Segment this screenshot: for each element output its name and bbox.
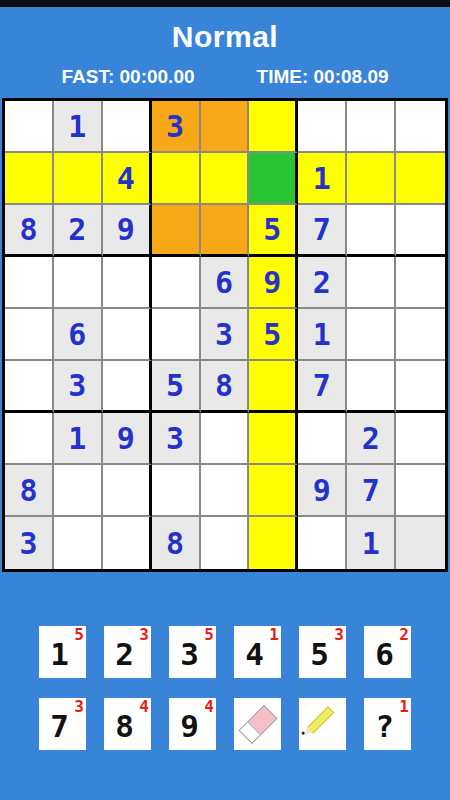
pad-digit: 7: [50, 711, 69, 742]
count-badge: 5: [204, 627, 214, 643]
cell-r3c2[interactable]: 2: [54, 205, 103, 257]
cell-r7c1[interactable]: [5, 413, 54, 465]
cell-r3c6[interactable]: 5: [249, 205, 298, 257]
number-pad: 152335415362738494?1: [0, 626, 450, 750]
cell-r7c4[interactable]: 3: [152, 413, 201, 465]
cell-r3c8[interactable]: [347, 205, 396, 257]
cell-r1c4[interactable]: 3: [152, 101, 201, 153]
cell-r8c5[interactable]: [201, 465, 250, 517]
cell-r2c1[interactable]: [5, 153, 54, 205]
cell-r2c4[interactable]: [152, 153, 201, 205]
cell-r9c4[interactable]: 8: [152, 517, 201, 569]
cell-r9c1[interactable]: 3: [5, 517, 54, 569]
cell-r4c2[interactable]: [54, 257, 103, 309]
pad-button-3[interactable]: 35: [169, 626, 216, 678]
cell-r8c3[interactable]: [103, 465, 152, 517]
cell-r6c1[interactable]: [5, 361, 54, 413]
pad-row-2: 738494?1: [0, 698, 450, 750]
cell-r5c8[interactable]: [347, 309, 396, 361]
cell-r2c3[interactable]: 4: [103, 153, 152, 205]
page-title: Normal: [0, 20, 450, 54]
time-timer-label: TIME:: [257, 66, 309, 87]
count-badge: 4: [139, 699, 149, 715]
time-timer-value: 00:08.09: [314, 66, 389, 87]
cell-r6c2[interactable]: 3: [54, 361, 103, 413]
cell-r8c1[interactable]: 8: [5, 465, 54, 517]
pad-button-7[interactable]: 73: [39, 698, 86, 750]
cell-r1c7[interactable]: [298, 101, 347, 153]
cell-r3c9[interactable]: [396, 205, 445, 257]
pad-button-4[interactable]: 41: [234, 626, 281, 678]
cell-r5c4[interactable]: [152, 309, 201, 361]
pencil-button[interactable]: [299, 698, 346, 750]
cell-r8c8[interactable]: 7: [347, 465, 396, 517]
cell-r4c3[interactable]: [103, 257, 152, 309]
cell-r1c5[interactable]: [201, 101, 250, 153]
cell-r6c9[interactable]: [396, 361, 445, 413]
cell-r5c6[interactable]: 5: [249, 309, 298, 361]
pad-button-2[interactable]: 23: [104, 626, 151, 678]
cell-r9c3[interactable]: [103, 517, 152, 569]
cell-r6c6[interactable]: [249, 361, 298, 413]
cell-r1c2[interactable]: 1: [54, 101, 103, 153]
cell-r7c6[interactable]: [249, 413, 298, 465]
cell-r4c1[interactable]: [5, 257, 54, 309]
pad-digit: 3: [180, 639, 199, 670]
pad-button-1[interactable]: 15: [39, 626, 86, 678]
timer-bar: FAST: 00:00.00 TIME: 00:08.09: [0, 66, 450, 88]
time-timer: TIME: 00:08.09: [257, 66, 389, 88]
cell-r3c4[interactable]: [152, 205, 201, 257]
cell-r6c5[interactable]: 8: [201, 361, 250, 413]
cell-r5c2[interactable]: 6: [54, 309, 103, 361]
count-badge: 3: [139, 627, 149, 643]
pad-digit: 1: [50, 639, 69, 670]
pad-digit: 5: [310, 639, 329, 670]
pad-row-1: 152335415362: [0, 626, 450, 678]
cell-r1c3[interactable]: [103, 101, 152, 153]
count-badge: 1: [269, 627, 279, 643]
cell-r5c1[interactable]: [5, 309, 54, 361]
count-badge: 3: [334, 627, 344, 643]
pad-digit: 2: [115, 639, 134, 670]
cell-r3c1[interactable]: 8: [5, 205, 54, 257]
cell-r9c8[interactable]: 1: [347, 517, 396, 569]
cell-r8c9[interactable]: [396, 465, 445, 517]
cell-r1c1[interactable]: [5, 101, 54, 153]
fast-timer-value: 00:00.00: [120, 66, 195, 87]
cell-r8c7[interactable]: 9: [298, 465, 347, 517]
count-badge: 3: [74, 699, 84, 715]
pad-digit: 4: [245, 639, 264, 670]
fast-timer: FAST: 00:00.00: [61, 66, 194, 88]
count-badge: 4: [204, 699, 214, 715]
cell-r5c7[interactable]: 1: [298, 309, 347, 361]
question-mark-glyph: ?: [375, 711, 394, 742]
cell-r4c9[interactable]: [396, 257, 445, 309]
cell-r1c9[interactable]: [396, 101, 445, 153]
eraser-icon: [238, 705, 277, 744]
cell-r6c7[interactable]: 7: [298, 361, 347, 413]
cell-r2c8[interactable]: [347, 153, 396, 205]
cell-r9c2[interactable]: [54, 517, 103, 569]
cell-r9c9[interactable]: [396, 517, 445, 569]
pad-digit: 8: [115, 711, 134, 742]
cell-r7c2[interactable]: 1: [54, 413, 103, 465]
cell-r9c5[interactable]: [201, 517, 250, 569]
cell-r2c2[interactable]: [54, 153, 103, 205]
pad-digit: 9: [180, 711, 199, 742]
cell-r6c3[interactable]: [103, 361, 152, 413]
pencil-icon: [307, 706, 335, 734]
top-strip: [0, 0, 450, 7]
cell-r4c5[interactable]: 6: [201, 257, 250, 309]
pad-button-8[interactable]: 84: [104, 698, 151, 750]
cell-r4c6[interactable]: 9: [249, 257, 298, 309]
sudoku-board: 134182957692635135871932897381: [2, 98, 448, 572]
pad-button-5[interactable]: 53: [299, 626, 346, 678]
cell-r2c9[interactable]: [396, 153, 445, 205]
cell-r9c6[interactable]: [249, 517, 298, 569]
cell-r3c7[interactable]: 7: [298, 205, 347, 257]
count-badge: 2: [399, 627, 409, 643]
cell-r2c7[interactable]: 1: [298, 153, 347, 205]
cell-r4c4[interactable]: [152, 257, 201, 309]
cell-r6c4[interactable]: 5: [152, 361, 201, 413]
cell-r7c9[interactable]: [396, 413, 445, 465]
count-badge: 5: [74, 627, 84, 643]
cell-r7c5[interactable]: [201, 413, 250, 465]
eraser-button[interactable]: [234, 698, 281, 750]
cell-r3c5[interactable]: [201, 205, 250, 257]
cell-r9c7[interactable]: [298, 517, 347, 569]
cell-r8c6[interactable]: [249, 465, 298, 517]
pad-button-6[interactable]: 62: [364, 626, 411, 678]
cell-r7c8[interactable]: 2: [347, 413, 396, 465]
cell-r6c8[interactable]: [347, 361, 396, 413]
cell-r3c3[interactable]: 9: [103, 205, 152, 257]
cell-r5c3[interactable]: [103, 309, 152, 361]
count-badge: 1: [399, 699, 409, 715]
cell-r1c8[interactable]: [347, 101, 396, 153]
cell-r5c5[interactable]: 3: [201, 309, 250, 361]
cell-r2c6[interactable]: [249, 153, 298, 205]
cell-r8c2[interactable]: [54, 465, 103, 517]
cell-r2c5[interactable]: [201, 153, 250, 205]
cell-r1c6[interactable]: [249, 101, 298, 153]
cell-r8c4[interactable]: [152, 465, 201, 517]
pad-digit: 6: [375, 639, 394, 670]
fast-timer-label: FAST:: [61, 66, 114, 87]
hint-button[interactable]: ?1: [364, 698, 411, 750]
cell-r4c7[interactable]: 2: [298, 257, 347, 309]
cell-r5c9[interactable]: [396, 309, 445, 361]
cell-r7c3[interactable]: 9: [103, 413, 152, 465]
cell-r4c8[interactable]: [347, 257, 396, 309]
pad-button-9[interactable]: 94: [169, 698, 216, 750]
cell-r7c7[interactable]: [298, 413, 347, 465]
